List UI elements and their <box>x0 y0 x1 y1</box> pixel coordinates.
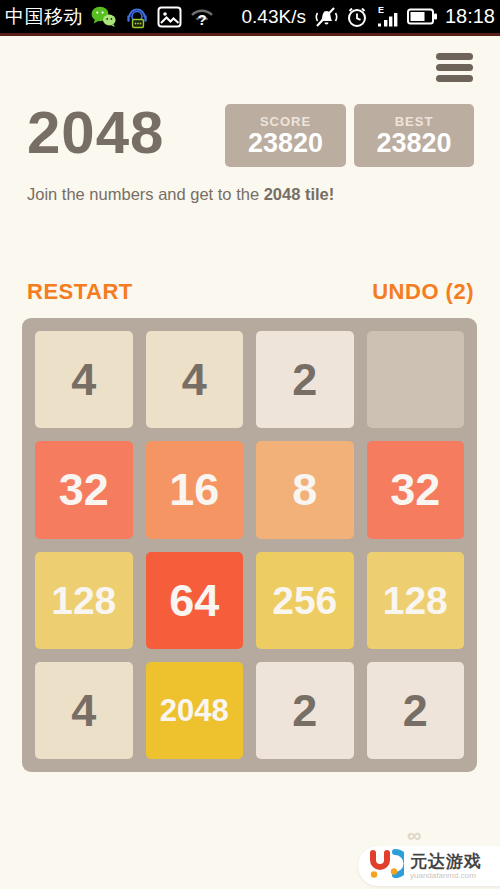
alarm-icon <box>345 5 369 29</box>
game-subtitle: Join the numbers and get to the 2048 til… <box>27 185 334 204</box>
score-value: 23820 <box>248 130 323 157</box>
ghost-watermark: ∞ <box>407 824 421 847</box>
best-box: BEST 23820 <box>354 104 474 167</box>
headset-chat-icon <box>124 4 150 30</box>
subtitle-goal: 2048 tile! <box>264 185 335 203</box>
tile-2: 2 <box>256 662 354 759</box>
menu-bar <box>436 75 473 82</box>
restart-button[interactable]: RESTART <box>27 279 133 305</box>
wechat-icon <box>90 5 117 28</box>
clock-label: 18:18 <box>445 5 495 28</box>
menu-bar <box>436 53 473 60</box>
best-value: 23820 <box>376 130 451 157</box>
network-speed-label: 0.43K/s <box>242 6 306 28</box>
menu-bar <box>436 64 473 71</box>
tile-32: 32 <box>367 441 465 538</box>
tile-256: 256 <box>256 552 354 649</box>
watermark-url: yuandafanmd.com <box>410 872 482 880</box>
tile-4: 4 <box>35 662 133 759</box>
status-bar-left: 中国移动 <box>5 4 215 30</box>
signal-bars-icon: E <box>376 5 400 29</box>
tile-64: 64 <box>146 552 244 649</box>
subtitle-prefix: Join the numbers and get to the <box>27 185 264 203</box>
tile-32: 32 <box>35 441 133 538</box>
menu-button[interactable] <box>436 53 473 82</box>
carrier-label: 中国移动 <box>5 4 83 30</box>
status-bar-right: 0.43K/s E <box>242 5 496 29</box>
tile-16: 16 <box>146 441 244 538</box>
watermark-brand: 元达游戏 <box>410 853 482 870</box>
tile-2048: 2048 <box>146 662 244 759</box>
wifi-question-icon: ? <box>189 6 215 28</box>
empty-cell <box>367 331 465 428</box>
yd-logo-icon <box>368 849 404 883</box>
score-box: SCORE 23820 <box>225 104 346 167</box>
tile-8: 8 <box>256 441 354 538</box>
tile-4: 4 <box>146 331 244 428</box>
phone-screen: 中国移动 <box>0 0 500 889</box>
mute-vibrate-icon <box>313 5 338 29</box>
board[interactable]: 4423216832128642561284204822 <box>22 318 477 772</box>
best-label: BEST <box>395 114 434 129</box>
svg-text:E: E <box>378 5 384 15</box>
status-bar: 中国移动 <box>0 0 500 33</box>
tile-128: 128 <box>367 552 465 649</box>
tile-4: 4 <box>35 331 133 428</box>
page-title: 2048 <box>27 103 164 163</box>
watermark-text: 元达游戏 yuandafanmd.com <box>410 853 482 880</box>
tile-2: 2 <box>256 331 354 428</box>
battery-icon <box>407 8 438 25</box>
score-label: SCORE <box>260 114 311 129</box>
undo-button[interactable]: UNDO (2) <box>372 279 474 305</box>
control-bar: RESTART UNDO (2) <box>27 279 474 305</box>
svg-text:?: ? <box>197 11 206 28</box>
watermark-badge: 元达游戏 yuandafanmd.com <box>358 846 500 886</box>
tile-2: 2 <box>367 662 465 759</box>
statusbar-divider <box>0 33 500 36</box>
tile-128: 128 <box>35 552 133 649</box>
gallery-icon <box>157 6 182 28</box>
